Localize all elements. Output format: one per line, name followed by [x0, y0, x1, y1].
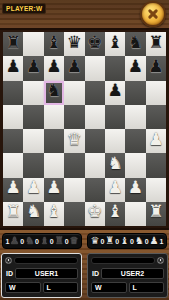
square-e5[interactable]	[85, 105, 105, 129]
square-b1[interactable]: ♞	[23, 202, 43, 226]
black-bishop: ♝	[107, 34, 122, 51]
app-window: PLAYER:W ♜♝♛♚♝♞♜♟♟♟♟♟♟♞♟♛♟♞♟♟♟♟♟♜♞♝♚♝♜ 1…	[0, 0, 169, 300]
player2-name: USER2	[101, 268, 164, 279]
square-d6[interactable]	[64, 81, 84, 105]
square-a7[interactable]: ♟	[3, 56, 23, 80]
square-d7[interactable]: ♟	[64, 56, 84, 80]
player1-losses-box: L	[43, 282, 79, 293]
square-f3[interactable]: ♞	[105, 153, 125, 177]
square-e6[interactable]	[85, 81, 105, 105]
square-a8[interactable]: ♜	[3, 32, 23, 56]
square-d5[interactable]	[64, 105, 84, 129]
black-king: ♚	[87, 34, 102, 51]
square-g1[interactable]	[125, 202, 145, 226]
captured-white-pieces-tray: ♛0♜0♝0♞0♟1	[87, 233, 167, 249]
square-b5[interactable]	[23, 105, 43, 129]
square-h2[interactable]	[146, 178, 166, 202]
square-a5[interactable]	[3, 105, 23, 129]
square-d1[interactable]	[64, 202, 84, 226]
player1-wins-box: W	[5, 282, 41, 293]
chess-board: ♜♝♛♚♝♞♜♟♟♟♟♟♟♞♟♛♟♞♟♟♟♟♟♜♞♝♚♝♜	[3, 32, 166, 226]
square-d2[interactable]	[64, 178, 84, 202]
square-d8[interactable]: ♛	[64, 32, 84, 56]
square-h5[interactable]	[146, 105, 166, 129]
black-pawn: ♟	[128, 58, 143, 75]
square-c3[interactable]	[44, 153, 64, 177]
player2-timer	[91, 257, 164, 264]
square-h3[interactable]	[146, 153, 166, 177]
square-h6[interactable]	[146, 81, 166, 105]
white-pawn: ♟	[46, 179, 61, 196]
player2-losses-box: L	[129, 282, 165, 293]
square-a3[interactable]	[3, 153, 23, 177]
black-piece-icon: ♛	[70, 236, 79, 246]
square-e2[interactable]	[85, 178, 105, 202]
chess-board-frame: ♜♝♛♚♝♞♜♟♟♟♟♟♟♞♟♛♟♞♟♟♟♟♟♜♞♝♚♝♜	[0, 28, 169, 230]
black-piece-icon: ♝	[40, 236, 49, 246]
white-rook: ♜	[6, 203, 21, 220]
black-pawn: ♟	[67, 58, 82, 75]
black-knight: ♞	[46, 82, 61, 99]
square-c8[interactable]: ♝	[44, 32, 64, 56]
square-g8[interactable]: ♞	[125, 32, 145, 56]
square-c7[interactable]: ♟	[44, 56, 64, 80]
square-e3[interactable]	[85, 153, 105, 177]
black-knight: ♞	[128, 34, 143, 51]
square-c4[interactable]	[44, 129, 64, 153]
player1-panel: ID USER1 W L	[1, 253, 82, 298]
square-d3[interactable]	[64, 153, 84, 177]
black-pawn: ♟	[46, 58, 61, 75]
captured-count-r: ♜0	[105, 236, 119, 246]
square-e1[interactable]: ♚	[85, 202, 105, 226]
square-e7[interactable]	[85, 56, 105, 80]
square-c1[interactable]: ♝	[44, 202, 64, 226]
captured-count-p: ♟1	[150, 236, 164, 246]
square-a6[interactable]	[3, 81, 23, 105]
player-turn-badge: PLAYER:W	[2, 3, 46, 14]
square-f7[interactable]	[105, 56, 125, 80]
square-e8[interactable]: ♚	[85, 32, 105, 56]
player1-name: USER1	[15, 268, 78, 279]
black-pawn: ♟	[26, 58, 41, 75]
square-h1[interactable]: ♜	[146, 202, 166, 226]
square-b4[interactable]	[23, 129, 43, 153]
black-piece-icon: ♞	[25, 236, 34, 246]
white-rook: ♜	[148, 203, 163, 220]
player1-id-label: ID	[5, 270, 13, 277]
square-b7[interactable]: ♟	[23, 56, 43, 80]
square-b3[interactable]	[23, 153, 43, 177]
square-g7[interactable]: ♟	[125, 56, 145, 80]
square-a4[interactable]	[3, 129, 23, 153]
menu-close-button[interactable]	[140, 1, 166, 27]
square-f1[interactable]: ♝	[105, 202, 125, 226]
white-piece-icon: ♟	[150, 236, 159, 246]
white-knight: ♞	[107, 155, 122, 172]
square-b6[interactable]	[23, 81, 43, 105]
captured-count-p: 1♟	[5, 236, 19, 246]
white-piece-icon: ♞	[135, 236, 144, 246]
square-h8[interactable]: ♜	[146, 32, 166, 56]
captured-count-n: 0♞	[20, 236, 34, 246]
captured-count-q: ♛0	[90, 236, 104, 246]
black-queen: ♛	[67, 34, 82, 51]
clock-icon	[5, 257, 12, 264]
black-pawn: ♟	[148, 58, 163, 75]
captured-count-n: ♞0	[135, 236, 149, 246]
square-a1[interactable]: ♜	[3, 202, 23, 226]
black-bishop: ♝	[46, 34, 61, 51]
square-f6[interactable]: ♟	[105, 81, 125, 105]
captured-count-b: ♝0	[120, 236, 134, 246]
square-g3[interactable]	[125, 153, 145, 177]
square-f4[interactable]	[105, 129, 125, 153]
black-piece-icon: ♜	[55, 236, 64, 246]
black-rook: ♜	[6, 34, 21, 51]
white-bishop: ♝	[46, 203, 61, 220]
square-h4[interactable]: ♟	[146, 129, 166, 153]
square-f2[interactable]: ♟	[105, 178, 125, 202]
square-g5[interactable]	[125, 105, 145, 129]
white-pawn: ♟	[107, 179, 122, 196]
square-f5[interactable]	[105, 105, 125, 129]
white-queen: ♛	[67, 131, 82, 148]
player1-timer	[5, 257, 78, 264]
square-g4[interactable]	[125, 129, 145, 153]
white-bishop: ♝	[107, 203, 122, 220]
white-knight: ♞	[26, 203, 41, 220]
square-b2[interactable]: ♟	[23, 178, 43, 202]
white-piece-icon: ♛	[90, 236, 99, 246]
square-h7[interactable]: ♟	[146, 56, 166, 80]
captured-count-r: 0♜	[50, 236, 64, 246]
player2-id-label: ID	[91, 270, 99, 277]
white-pawn: ♟	[26, 179, 41, 196]
captured-black-pieces-tray: 1♟0♞0♝0♜0♛	[2, 233, 82, 249]
black-piece-icon: ♟	[10, 236, 19, 246]
white-pawn: ♟	[6, 179, 21, 196]
white-piece-icon: ♜	[105, 236, 114, 246]
black-rook: ♜	[148, 34, 163, 51]
player2-panel: ID USER2 W L	[87, 253, 168, 298]
square-d4[interactable]: ♛	[64, 129, 84, 153]
square-g2[interactable]: ♟	[125, 178, 145, 202]
square-a2[interactable]: ♟	[3, 178, 23, 202]
clock-icon	[157, 257, 164, 264]
white-pawn: ♟	[148, 131, 163, 148]
captured-count-q: 0♛	[65, 236, 79, 246]
black-pawn: ♟	[107, 82, 122, 99]
square-f8[interactable]: ♝	[105, 32, 125, 56]
white-pawn: ♟	[128, 179, 143, 196]
square-c6[interactable]: ♞	[44, 81, 64, 105]
captured-count-b: 0♝	[35, 236, 49, 246]
square-c2[interactable]: ♟	[44, 178, 64, 202]
square-e4[interactable]	[85, 129, 105, 153]
white-piece-icon: ♝	[120, 236, 129, 246]
square-c5[interactable]	[44, 105, 64, 129]
square-b8[interactable]	[23, 32, 43, 56]
black-pawn: ♟	[6, 58, 21, 75]
white-king: ♚	[87, 203, 102, 220]
player2-wins-box: W	[91, 282, 127, 293]
square-g6[interactable]	[125, 81, 145, 105]
